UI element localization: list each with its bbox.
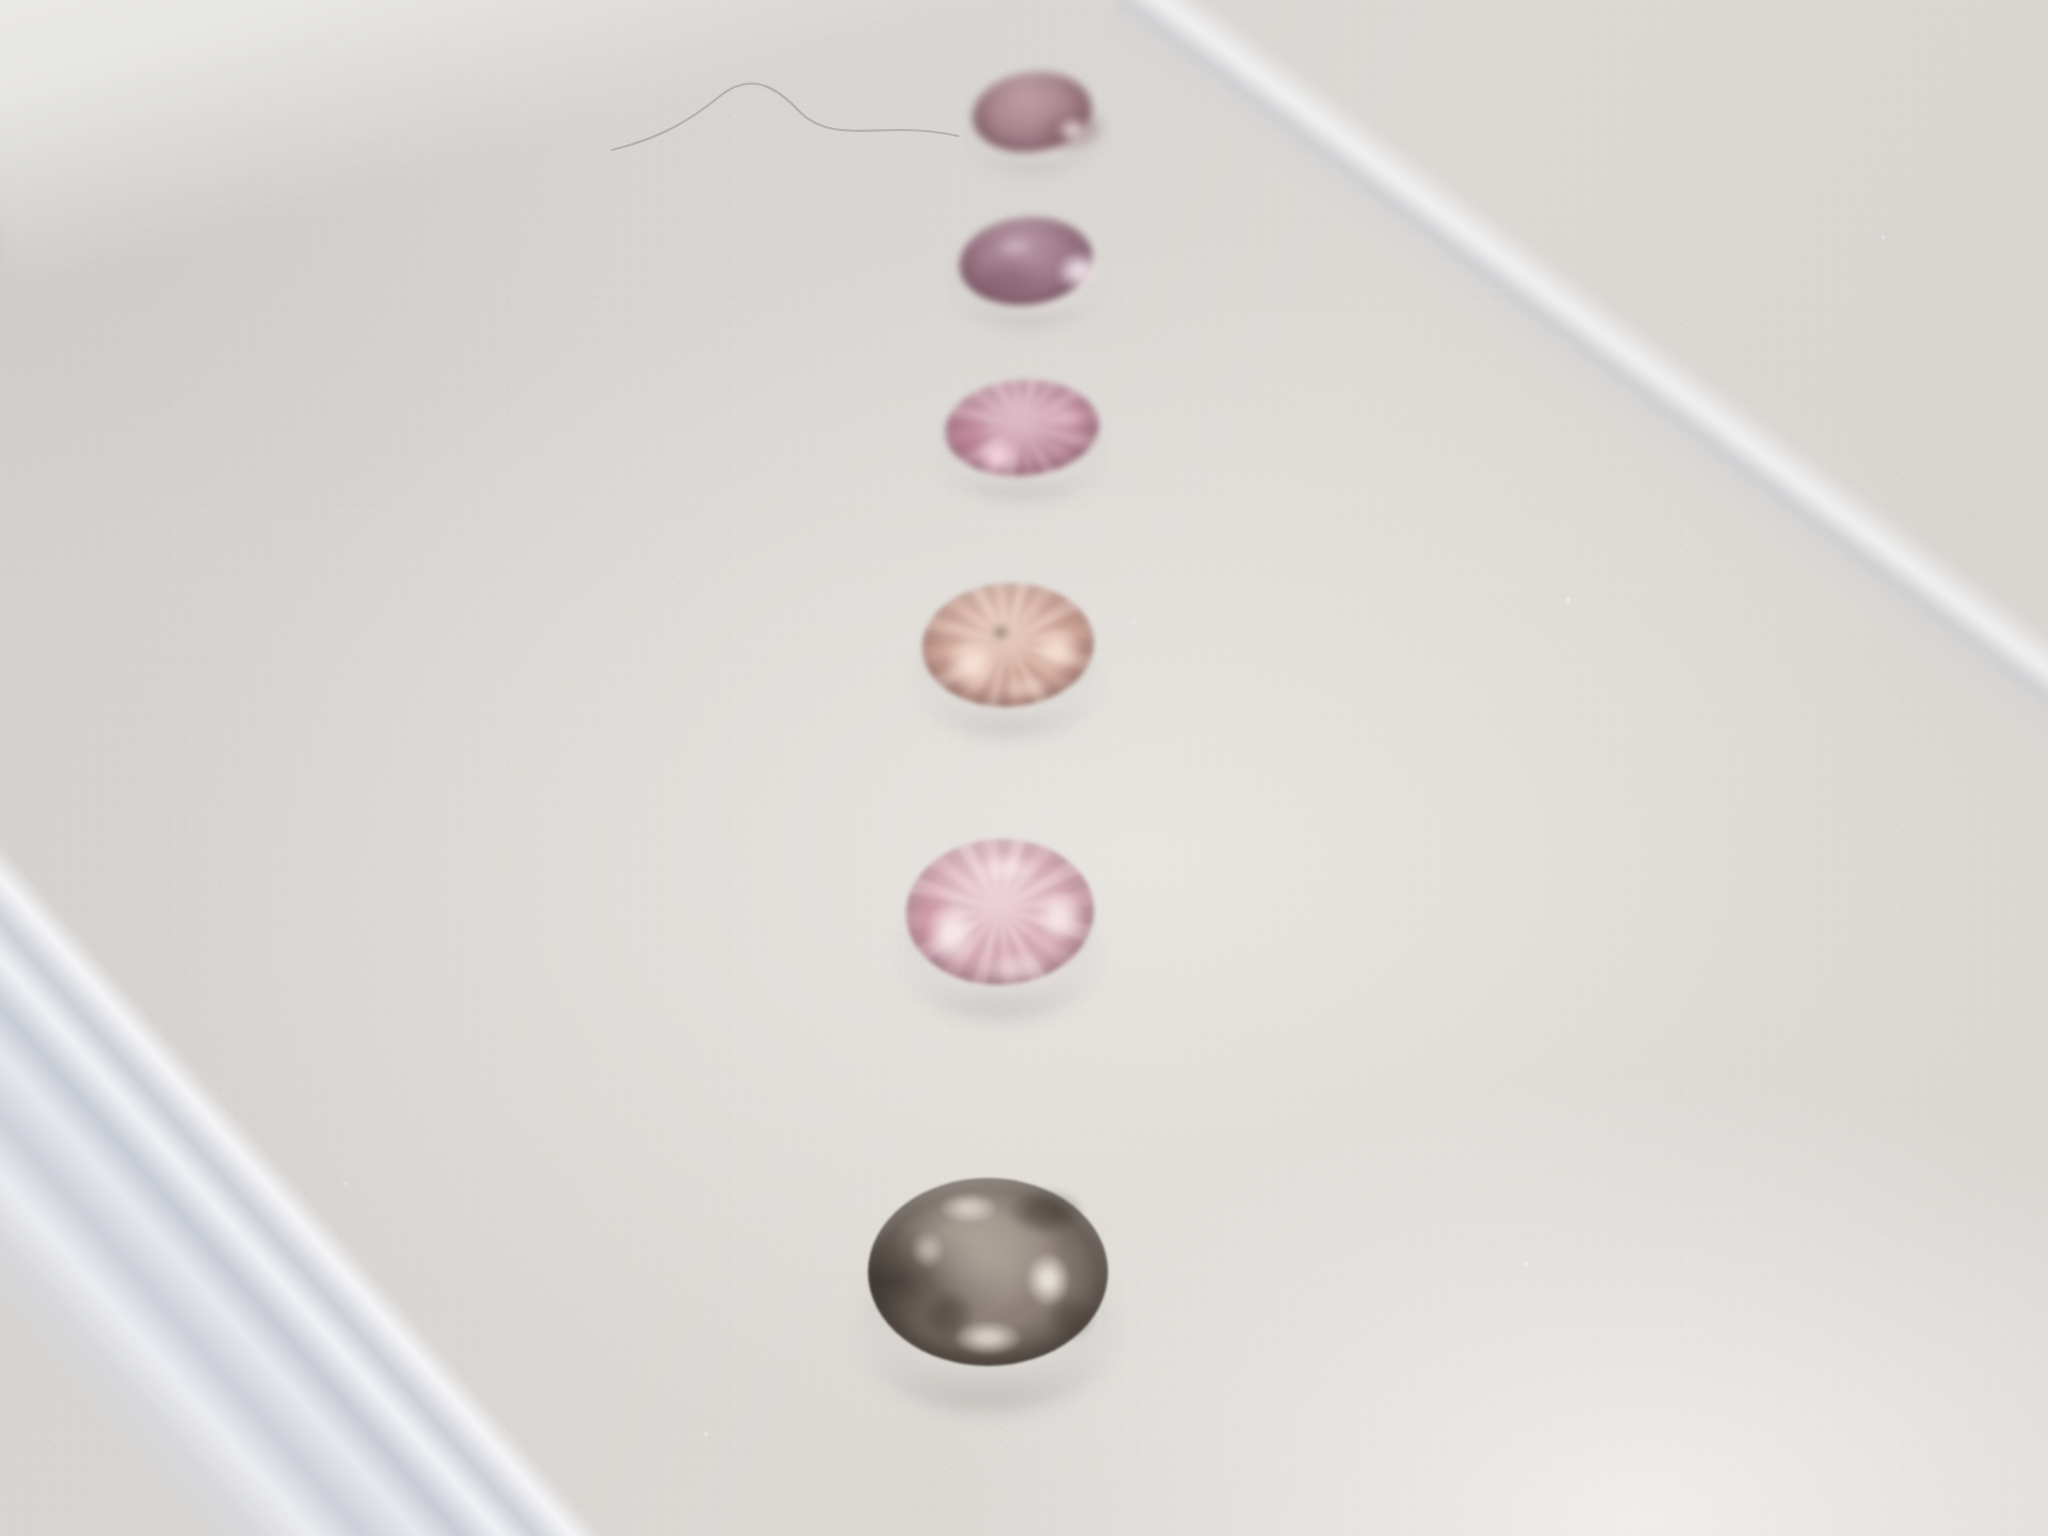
- facet-shade: [1007, 1189, 1084, 1234]
- facet-glint: [1026, 1253, 1069, 1306]
- facet-shade: [991, 625, 1009, 640]
- gem-body-wrap: [955, 210, 1097, 312]
- facet-glint: [940, 1193, 998, 1223]
- gem-body-wrap: [967, 64, 1097, 160]
- gem-4-peach-champagne: [922, 583, 1094, 707]
- gem-body-wrap: [904, 836, 1097, 988]
- gem-body-wrap: [919, 579, 1097, 712]
- facet-glint: [911, 1231, 945, 1269]
- case-far-edge-haze: [0, 0, 1022, 299]
- facet-glint: [983, 951, 1052, 985]
- gem-body-wrap: [942, 375, 1102, 482]
- photograph-gem-case: [0, 0, 2048, 1536]
- facet-glint: [954, 1321, 1021, 1355]
- dust-speck: [1882, 236, 1885, 239]
- acrylic-case-wall: [0, 695, 756, 1536]
- gem-body-wrap: [868, 1178, 1108, 1366]
- dust-speck: [1132, 620, 1135, 623]
- dust-speck: [1524, 1262, 1528, 1266]
- gem-2-plum: [959, 217, 1093, 305]
- acrylic-lid-edge: [1092, 0, 2048, 937]
- dust-speck: [704, 1432, 708, 1436]
- dust-speck: [344, 1182, 347, 1185]
- gem-6-smoky-grey: [868, 1178, 1108, 1366]
- gem-5-light-pink: [906, 839, 1094, 985]
- dust-speck: [1566, 598, 1570, 602]
- gem-3-pink: [945, 380, 1099, 476]
- gem-1-dusty-mauve: [972, 72, 1092, 152]
